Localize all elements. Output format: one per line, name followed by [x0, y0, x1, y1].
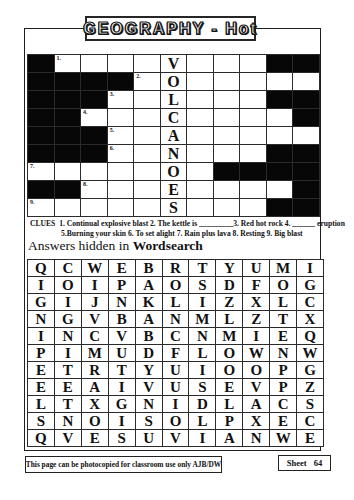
crossword-cell[interactable]	[81, 163, 108, 181]
crossword-cell[interactable]	[214, 145, 241, 163]
wordsearch-cell[interactable]: I	[189, 430, 216, 447]
wordsearch-cell[interactable]: I	[28, 277, 55, 294]
crossword-cell[interactable]	[187, 91, 214, 109]
wordsearch-cell[interactable]: Y	[216, 260, 243, 277]
crossword-cell[interactable]	[81, 55, 108, 73]
crossword-letter: A	[168, 128, 180, 144]
crossword-black-cell	[81, 73, 108, 91]
wordsearch-cell[interactable]: P	[216, 413, 243, 430]
wordsearch-cell[interactable]: G	[297, 362, 324, 379]
crossword-cell[interactable]	[214, 55, 241, 73]
crossword-black-cell	[293, 145, 320, 163]
crossword-cell[interactable]	[267, 109, 294, 127]
wordsearch-cell[interactable]: J	[82, 294, 109, 311]
crossword-black-cell	[28, 91, 55, 109]
wordsearch-cell[interactable]: O	[55, 277, 82, 294]
wordsearch-cell[interactable]: I	[55, 294, 82, 311]
wordsearch-cell[interactable]: G	[109, 396, 136, 413]
wordsearch-cell[interactable]: L	[28, 396, 55, 413]
clue-number: 3.	[110, 91, 115, 98]
wordsearch-cell[interactable]: Q	[28, 430, 55, 447]
crossword-cell[interactable]: E	[161, 181, 188, 199]
wordsearch-cell[interactable]: U	[163, 379, 190, 396]
sheet-label: Sheet	[287, 458, 307, 468]
crossword-letter: L	[168, 92, 179, 108]
crossword-cell[interactable]: 5.	[108, 127, 135, 145]
wordsearch-cell[interactable]: N	[55, 413, 82, 430]
clue-number: 4.	[83, 109, 88, 116]
clue-number: 9.	[30, 199, 35, 206]
clue-number: 5.	[110, 127, 115, 134]
crossword-cell[interactable]	[267, 73, 294, 91]
copyright-text: This page can be photocopied for classro…	[26, 460, 221, 469]
wordsearch-cell[interactable]: B	[136, 328, 163, 345]
wordsearch-cell[interactable]: Q	[28, 260, 55, 277]
crossword-cell[interactable]	[240, 199, 267, 217]
wordsearch-cell[interactable]: Y	[136, 362, 163, 379]
wordsearch-cell[interactable]: F	[243, 277, 270, 294]
clue-number: 7.	[30, 163, 35, 170]
crossword-cell[interactable]	[187, 127, 214, 145]
crossword-cell[interactable]	[214, 127, 241, 145]
crossword-cell[interactable]	[293, 73, 320, 91]
wordsearch-cell[interactable]: S	[136, 413, 163, 430]
clues-text: CLUES 1. Continual explosive blast 2. Th…	[30, 219, 320, 238]
wordsearch-cell[interactable]: V	[109, 328, 136, 345]
wordsearch-cell[interactable]: A	[216, 430, 243, 447]
crossword-cell[interactable]	[214, 109, 241, 127]
crossword-cell[interactable]: 2.	[134, 73, 161, 91]
crossword-letter: E	[168, 182, 179, 198]
wordsearch-cell[interactable]: X	[243, 294, 270, 311]
wordsearch-cell[interactable]: P	[270, 362, 297, 379]
crossword-black-cell	[55, 127, 82, 145]
wordsearch-cell[interactable]: O	[243, 362, 270, 379]
crossword-black-cell	[81, 127, 108, 145]
crossword-cell[interactable]: S	[161, 199, 188, 217]
answers-note: Answers hidden in Wordsearch	[28, 238, 203, 254]
crossword-black-cell	[28, 109, 55, 127]
crossword-cell[interactable]	[214, 199, 241, 217]
wordsearch-cell[interactable]: L	[189, 413, 216, 430]
wordsearch-cell[interactable]: O	[216, 362, 243, 379]
crossword-letter: O	[167, 164, 179, 180]
crossword-cell[interactable]	[134, 109, 161, 127]
wordsearch-cell[interactable]: N	[28, 311, 55, 328]
crossword-letter: S	[169, 200, 178, 216]
wordsearch-cell[interactable]: N	[243, 430, 270, 447]
wordsearch-cell[interactable]: U	[109, 345, 136, 362]
wordsearch-cell[interactable]: Z	[216, 294, 243, 311]
crossword-letter: N	[168, 146, 180, 162]
wordsearch-cell[interactable]: O	[216, 345, 243, 362]
wordsearch-cell[interactable]: I	[243, 328, 270, 345]
wordsearch-cell[interactable]: I	[189, 362, 216, 379]
crossword-cell[interactable]	[267, 181, 294, 199]
wordsearch-cell[interactable]: T	[55, 396, 82, 413]
crossword-black-cell	[55, 109, 82, 127]
wordsearch-cell[interactable]: V	[82, 311, 109, 328]
crossword-letter: V	[168, 56, 180, 72]
wordsearch-cell[interactable]: D	[136, 345, 163, 362]
clue-number: 1.	[57, 55, 62, 62]
wordsearch-cell[interactable]: T	[270, 311, 297, 328]
sheet-number: 64	[314, 458, 323, 468]
crossword-cell[interactable]	[214, 91, 241, 109]
crossword-cell[interactable]	[134, 55, 161, 73]
crossword-cell[interactable]	[187, 163, 214, 181]
crossword-cell[interactable]	[214, 181, 241, 199]
crossword-cell[interactable]: 7.	[28, 163, 55, 181]
crossword-cell[interactable]: O	[161, 163, 188, 181]
wordsearch-cell[interactable]: M	[82, 345, 109, 362]
wordsearch-cell[interactable]: N	[136, 396, 163, 413]
crossword-black-cell	[81, 145, 108, 163]
wordsearch-cell[interactable]: N	[189, 328, 216, 345]
copyright-box: This page can be photocopied for classro…	[25, 456, 222, 473]
crossword-black-cell	[293, 181, 320, 199]
crossword-cell[interactable]	[187, 109, 214, 127]
wordsearch-cell[interactable]: E	[297, 430, 324, 447]
wordsearch-cell[interactable]: E	[270, 413, 297, 430]
wordsearch-cell[interactable]: P	[109, 277, 136, 294]
crossword-cell[interactable]: C	[161, 109, 188, 127]
wordsearch-cell[interactable]: S	[109, 430, 136, 447]
crossword-black-cell	[28, 181, 55, 199]
wordsearch-cell[interactable]: E	[55, 379, 82, 396]
crossword-cell[interactable]	[240, 181, 267, 199]
wordsearch-cell[interactable]: F	[163, 345, 190, 362]
wordsearch-cell[interactable]: O	[163, 413, 190, 430]
clue-number: 2.	[136, 73, 141, 80]
wordsearch-cell[interactable]: I	[297, 260, 324, 277]
wordsearch-cell[interactable]: T	[189, 260, 216, 277]
wordsearch-cell[interactable]: E	[270, 328, 297, 345]
wordsearch-cell[interactable]: E	[28, 362, 55, 379]
crossword-cell[interactable]: O	[161, 73, 188, 91]
wordsearch-cell[interactable]: O	[82, 413, 109, 430]
wordsearch-cell[interactable]: A	[136, 311, 163, 328]
crossword-black-cell	[55, 73, 82, 91]
crossword-black-cell	[55, 91, 82, 109]
crossword-cell[interactable]: 9.	[28, 199, 55, 217]
crossword-cell[interactable]: 6.	[108, 145, 135, 163]
crossword-black-cell	[28, 127, 55, 145]
wordsearch-cell[interactable]: C	[163, 328, 190, 345]
crossword-cell[interactable]: 3.	[108, 91, 135, 109]
crossword-cell[interactable]	[240, 55, 267, 73]
wordsearch-cell[interactable]: L	[189, 345, 216, 362]
crossword-black-cell	[108, 73, 135, 91]
wordsearch-cell[interactable]: T	[109, 362, 136, 379]
crossword-cell[interactable]	[187, 73, 214, 91]
crossword-cell[interactable]: 4.	[81, 109, 108, 127]
wordsearch-cell[interactable]: N	[270, 345, 297, 362]
clue-number: 6.	[110, 145, 115, 152]
worksheet-page: GEOGRAPHY - Hot 1.V2.O3.L4.C5.A6.N7.O8.E…	[0, 0, 354, 500]
crossword-black-cell	[293, 163, 320, 181]
crossword-cell[interactable]: V	[161, 55, 188, 73]
wordsearch-cell[interactable]: D	[189, 396, 216, 413]
wordsearch-cell[interactable]: I	[109, 379, 136, 396]
crossword-black-cell	[28, 55, 55, 73]
wordsearch-cell[interactable]: E	[28, 379, 55, 396]
crossword-black-cell	[28, 73, 55, 91]
crossword-cell[interactable]	[240, 91, 267, 109]
wordsearch-cell[interactable]: X	[243, 413, 270, 430]
crossword-cell[interactable]: N	[161, 145, 188, 163]
wordsearch-cell[interactable]: Q	[297, 328, 324, 345]
crossword-black-cell	[267, 163, 294, 181]
wordsearch-cell[interactable]: P	[270, 379, 297, 396]
answers-note-prefix: Answers hidden in	[28, 238, 133, 253]
wordsearch-cell[interactable]: U	[243, 260, 270, 277]
wordsearch-cell[interactable]: B	[136, 260, 163, 277]
crossword-black-cell	[55, 181, 82, 199]
crossword-cell[interactable]	[108, 55, 135, 73]
clues-line-1-text: 1. Continual explosive blast 2. The kett…	[59, 219, 345, 228]
wordsearch-cell[interactable]: S	[189, 277, 216, 294]
crossword-black-cell	[81, 91, 108, 109]
wordsearch-cell[interactable]: L	[270, 294, 297, 311]
wordsearch-cell[interactable]: K	[136, 294, 163, 311]
wordsearch-cell[interactable]: V	[163, 430, 190, 447]
crossword-cell[interactable]: 8.	[81, 181, 108, 199]
wordsearch-cell[interactable]: U	[136, 430, 163, 447]
wordsearch-cell[interactable]: N	[55, 328, 82, 345]
crossword-black-cell	[293, 91, 320, 109]
crossword-black-cell	[293, 55, 320, 73]
wordsearch-cell[interactable]: M	[216, 328, 243, 345]
crossword-cell[interactable]	[187, 55, 214, 73]
crossword-cell[interactable]: 1.	[55, 55, 82, 73]
crossword-letter: O	[167, 74, 179, 90]
wordsearch-cell[interactable]: E	[82, 430, 109, 447]
crossword-black-cell	[267, 145, 294, 163]
crossword-cell[interactable]: L	[161, 91, 188, 109]
wordsearch-cell[interactable]: E	[109, 260, 136, 277]
wordsearch-cell[interactable]: S	[297, 396, 324, 413]
crossword-cell[interactable]	[240, 109, 267, 127]
wordsearch-cell[interactable]: L	[216, 396, 243, 413]
wordsearch-cell[interactable]: W	[297, 345, 324, 362]
crossword-cell[interactable]	[134, 199, 161, 217]
wordsearch-grid: QCWEBRTYUMIIOIPAOSDFOGGIJNKLIZXLCNGVBANM…	[27, 259, 324, 447]
crossword-cell[interactable]	[240, 73, 267, 91]
crossword-cell[interactable]	[108, 163, 135, 181]
wordsearch-cell[interactable]: P	[28, 345, 55, 362]
crossword-cell[interactable]	[108, 199, 135, 217]
crossword-black-cell	[293, 109, 320, 127]
wordsearch-cell[interactable]: G	[55, 311, 82, 328]
wordsearch-cell[interactable]: C	[270, 396, 297, 413]
page-title: GEOGRAPHY - Hot	[83, 20, 258, 38]
wordsearch-cell[interactable]: G	[28, 294, 55, 311]
wordsearch-cell[interactable]: I	[189, 294, 216, 311]
wordsearch-cell[interactable]: V	[136, 379, 163, 396]
wordsearch-cell[interactable]: C	[297, 413, 324, 430]
crossword-cell[interactable]	[108, 181, 135, 199]
crossword-black-cell	[267, 55, 294, 73]
crossword-cell[interactable]	[134, 91, 161, 109]
wordsearch-cell[interactable]: T	[55, 362, 82, 379]
wordsearch-cell[interactable]: V	[55, 430, 82, 447]
crossword-black-cell	[55, 145, 82, 163]
wordsearch-cell[interactable]: I	[82, 277, 109, 294]
crossword-black-cell	[267, 91, 294, 109]
crossword-cell[interactable]	[134, 127, 161, 145]
wordsearch-cell[interactable]: O	[163, 277, 190, 294]
wordsearch-cell[interactable]: M	[189, 311, 216, 328]
crossword-cell[interactable]	[134, 145, 161, 163]
crossword-cell[interactable]	[108, 109, 135, 127]
wordsearch-cell[interactable]: B	[109, 311, 136, 328]
wordsearch-cell[interactable]: W	[243, 345, 270, 362]
crossword-cell[interactable]	[240, 145, 267, 163]
wordsearch-cell[interactable]: L	[163, 294, 190, 311]
wordsearch-cell[interactable]: A	[82, 379, 109, 396]
crossword-cell[interactable]: A	[161, 127, 188, 145]
wordsearch-cell[interactable]: O	[270, 277, 297, 294]
sheet-box: Sheet 64	[278, 455, 331, 471]
wordsearch-cell[interactable]: X	[297, 311, 324, 328]
crossword-letter: C	[168, 110, 180, 126]
wordsearch-cell[interactable]: N	[163, 311, 190, 328]
wordsearch-cell[interactable]: L	[216, 311, 243, 328]
crossword-black-cell	[240, 163, 267, 181]
wordsearch-cell[interactable]: W	[82, 260, 109, 277]
wordsearch-cell[interactable]: Z	[243, 311, 270, 328]
wordsearch-cell[interactable]: S	[28, 413, 55, 430]
title-box: GEOGRAPHY - Hot	[85, 16, 256, 41]
crossword-black-cell	[28, 145, 55, 163]
crossword-black-cell	[214, 163, 241, 181]
wordsearch-cell[interactable]: S	[189, 379, 216, 396]
wordsearch-cell[interactable]: R	[82, 362, 109, 379]
wordsearch-cell[interactable]: W	[270, 430, 297, 447]
crossword-cell[interactable]	[293, 127, 320, 145]
clues-line-1: CLUES 1. Continual explosive blast 2. Th…	[30, 219, 320, 229]
crossword-cell[interactable]	[187, 145, 214, 163]
wordsearch-cell[interactable]: C	[55, 260, 82, 277]
wordsearch-cell[interactable]: X	[82, 396, 109, 413]
wordsearch-cell[interactable]: R	[163, 260, 190, 277]
crossword-cell[interactable]	[134, 163, 161, 181]
wordsearch-cell[interactable]: D	[216, 277, 243, 294]
crossword-cell[interactable]	[55, 199, 82, 217]
wordsearch-cell[interactable]: G	[297, 277, 324, 294]
wordsearch-cell[interactable]: I	[28, 328, 55, 345]
crossword-black-cell	[267, 199, 294, 217]
wordsearch-cell[interactable]: I	[109, 413, 136, 430]
clue-number: 8.	[83, 181, 88, 188]
crossword-cell[interactable]	[81, 199, 108, 217]
wordsearch-cell[interactable]: V	[243, 379, 270, 396]
wordsearch-cell[interactable]: I	[163, 396, 190, 413]
wordsearch-cell[interactable]: I	[55, 345, 82, 362]
clues-label: CLUES	[30, 219, 55, 228]
wordsearch-cell[interactable]: U	[163, 362, 190, 379]
crossword-cell[interactable]	[240, 127, 267, 145]
crossword-cell[interactable]	[134, 181, 161, 199]
wordsearch-cell[interactable]: A	[136, 277, 163, 294]
wordsearch-cell[interactable]: C	[82, 328, 109, 345]
crossword-black-cell	[293, 199, 320, 217]
crossword-cell[interactable]	[214, 73, 241, 91]
crossword-cell[interactable]	[267, 127, 294, 145]
wordsearch-cell[interactable]: A	[243, 396, 270, 413]
crossword-cell[interactable]	[187, 181, 214, 199]
answers-note-wordsearch: Wordsearch	[133, 238, 203, 253]
crossword-cell[interactable]	[55, 163, 82, 181]
wordsearch-cell[interactable]: Z	[297, 379, 324, 396]
wordsearch-cell[interactable]: E	[216, 379, 243, 396]
wordsearch-cell[interactable]: N	[109, 294, 136, 311]
crossword-cell[interactable]	[187, 199, 214, 217]
wordsearch-cell[interactable]: M	[270, 260, 297, 277]
crossword-grid: 1.V2.O3.L4.C5.A6.N7.O8.E9.S	[27, 54, 320, 217]
clues-line-2: 5.Burning your skin 6. To set alight 7. …	[30, 229, 320, 239]
wordsearch-cell[interactable]: C	[297, 294, 324, 311]
